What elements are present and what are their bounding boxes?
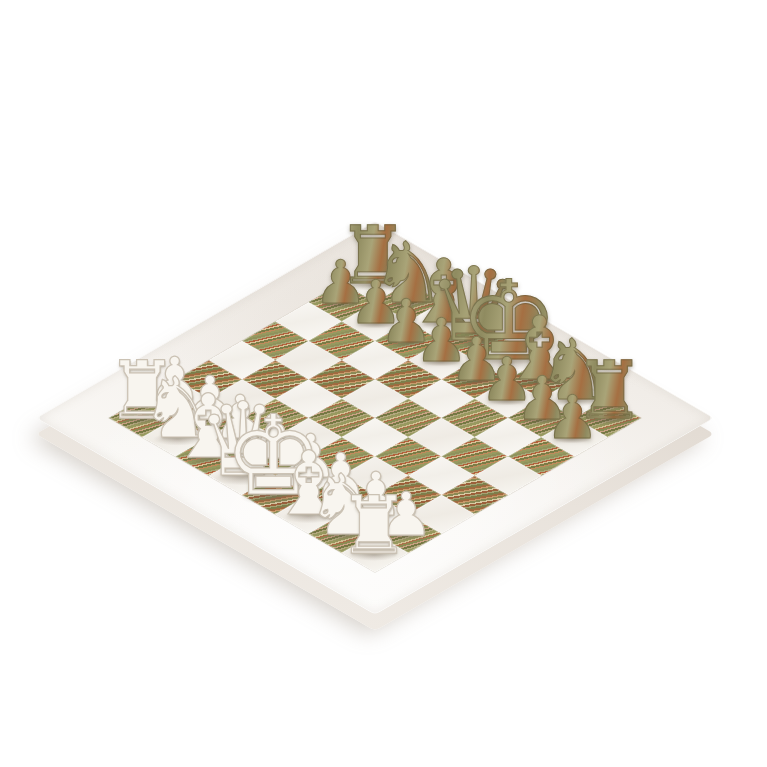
white-rook-h1: ♜	[338, 486, 410, 566]
marble-chess-set-photo: ♜♞♝♛♚♝♞♜♟♟♟♟♟♟♟♟♟♟♟♟♟♟♟♟♜♞♝♛♚♝♞♜	[0, 0, 767, 767]
pieces-layer: ♜♞♝♛♚♝♞♜♟♟♟♟♟♟♟♟♟♟♟♟♟♟♟♟♜♞♝♛♚♝♞♜	[0, 0, 767, 767]
black-pawn-h7: ♟	[545, 387, 599, 447]
